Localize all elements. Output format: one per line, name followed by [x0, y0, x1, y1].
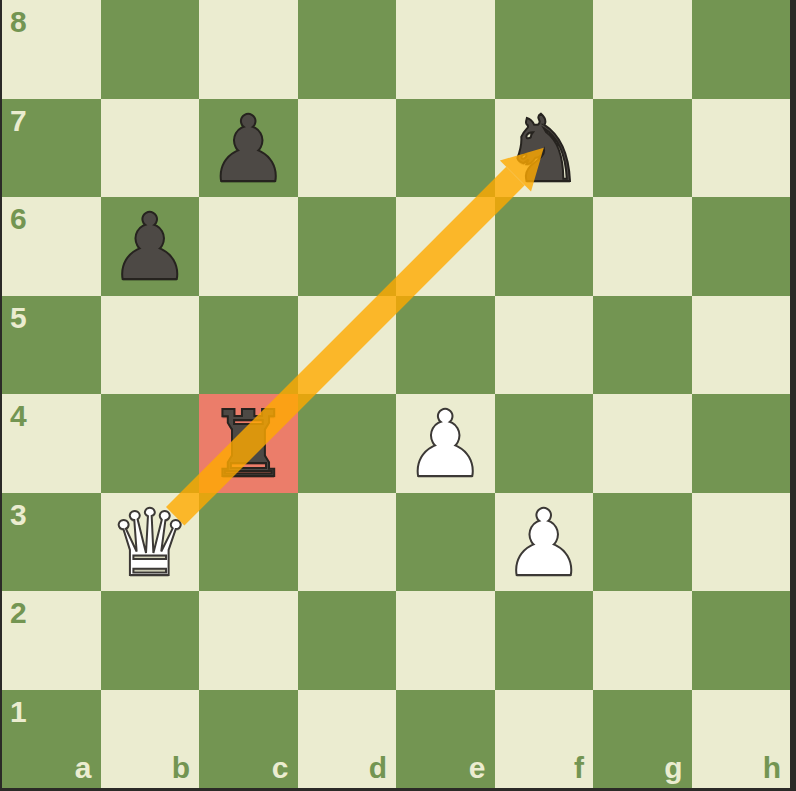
square-a7[interactable]: 7 — [2, 99, 101, 198]
square-d6[interactable] — [298, 197, 397, 296]
square-e2[interactable] — [396, 591, 495, 690]
square-b3[interactable]: ♛ — [101, 493, 200, 592]
square-b8[interactable] — [101, 0, 200, 99]
square-a1[interactable]: 1a — [2, 690, 101, 789]
rank-label-7: 7 — [10, 106, 27, 136]
square-a8[interactable]: 8 — [2, 0, 101, 99]
square-d5[interactable] — [298, 296, 397, 395]
file-label-b: b — [172, 753, 190, 783]
square-e7[interactable] — [396, 99, 495, 198]
square-b6[interactable]: ♟ — [101, 197, 200, 296]
white-pawn-e4[interactable]: ♟ — [404, 399, 486, 491]
square-b4[interactable] — [101, 394, 200, 493]
square-c3[interactable] — [199, 493, 298, 592]
square-a4[interactable]: 4 — [2, 394, 101, 493]
square-h8[interactable] — [692, 0, 791, 99]
square-c6[interactable] — [199, 197, 298, 296]
square-d1[interactable]: d — [298, 690, 397, 789]
square-c2[interactable] — [199, 591, 298, 690]
square-e1[interactable]: e — [396, 690, 495, 789]
square-f8[interactable] — [495, 0, 594, 99]
rank-label-3: 3 — [10, 500, 27, 530]
file-label-h: h — [763, 753, 781, 783]
square-h2[interactable] — [692, 591, 791, 690]
black-pawn-c7[interactable]: ♟ — [207, 104, 289, 196]
square-g8[interactable] — [593, 0, 692, 99]
square-d7[interactable] — [298, 99, 397, 198]
square-d3[interactable] — [298, 493, 397, 592]
square-e6[interactable] — [396, 197, 495, 296]
black-rook-c4[interactable]: ♜ — [207, 399, 289, 491]
file-label-f: f — [574, 753, 584, 783]
square-c7[interactable]: ♟ — [199, 99, 298, 198]
square-f7[interactable]: ♞ — [495, 99, 594, 198]
square-d4[interactable] — [298, 394, 397, 493]
square-g4[interactable] — [593, 394, 692, 493]
file-label-c: c — [272, 753, 289, 783]
file-label-a: a — [75, 753, 92, 783]
square-h5[interactable] — [692, 296, 791, 395]
file-label-e: e — [469, 753, 486, 783]
square-h3[interactable] — [692, 493, 791, 592]
square-b7[interactable] — [101, 99, 200, 198]
square-g7[interactable] — [593, 99, 692, 198]
square-a6[interactable]: 6 — [2, 197, 101, 296]
square-c1[interactable]: c — [199, 690, 298, 789]
rank-label-2: 2 — [10, 598, 27, 628]
square-e4[interactable]: ♟ — [396, 394, 495, 493]
square-a3[interactable]: 3 — [2, 493, 101, 592]
square-a5[interactable]: 5 — [2, 296, 101, 395]
square-c8[interactable] — [199, 0, 298, 99]
board-squares[interactable]: 87♟♞6♟54♜♟3♛♟21abcdefgh — [2, 0, 790, 788]
file-label-g: g — [664, 753, 682, 783]
square-d2[interactable] — [298, 591, 397, 690]
file-label-d: d — [369, 753, 387, 783]
square-h7[interactable] — [692, 99, 791, 198]
chess-board[interactable]: 87♟♞6♟54♜♟3♛♟21abcdefgh — [2, 0, 790, 788]
square-a2[interactable]: 2 — [2, 591, 101, 690]
square-d8[interactable] — [298, 0, 397, 99]
black-knight-f7[interactable]: ♞ — [503, 104, 585, 196]
square-b2[interactable] — [101, 591, 200, 690]
square-g1[interactable]: g — [593, 690, 692, 789]
square-g2[interactable] — [593, 591, 692, 690]
white-pawn-f3[interactable]: ♟ — [503, 498, 585, 590]
square-g5[interactable] — [593, 296, 692, 395]
rank-label-5: 5 — [10, 303, 27, 333]
square-e3[interactable] — [396, 493, 495, 592]
square-f5[interactable] — [495, 296, 594, 395]
black-pawn-b6[interactable]: ♟ — [109, 202, 191, 294]
square-h1[interactable]: h — [692, 690, 791, 789]
square-f4[interactable] — [495, 394, 594, 493]
square-f3[interactable]: ♟ — [495, 493, 594, 592]
rank-label-4: 4 — [10, 401, 27, 431]
white-queen-b3[interactable]: ♛ — [109, 498, 191, 590]
square-h4[interactable] — [692, 394, 791, 493]
square-h6[interactable] — [692, 197, 791, 296]
square-g6[interactable] — [593, 197, 692, 296]
square-f6[interactable] — [495, 197, 594, 296]
square-f2[interactable] — [495, 591, 594, 690]
square-e8[interactable] — [396, 0, 495, 99]
square-e5[interactable] — [396, 296, 495, 395]
square-c5[interactable] — [199, 296, 298, 395]
rank-label-6: 6 — [10, 204, 27, 234]
square-f1[interactable]: f — [495, 690, 594, 789]
square-g3[interactable] — [593, 493, 692, 592]
square-b5[interactable] — [101, 296, 200, 395]
square-b1[interactable]: b — [101, 690, 200, 789]
rank-label-1: 1 — [10, 697, 27, 727]
square-c4-highlighted[interactable]: ♜ — [199, 394, 298, 493]
rank-label-8: 8 — [10, 7, 27, 37]
